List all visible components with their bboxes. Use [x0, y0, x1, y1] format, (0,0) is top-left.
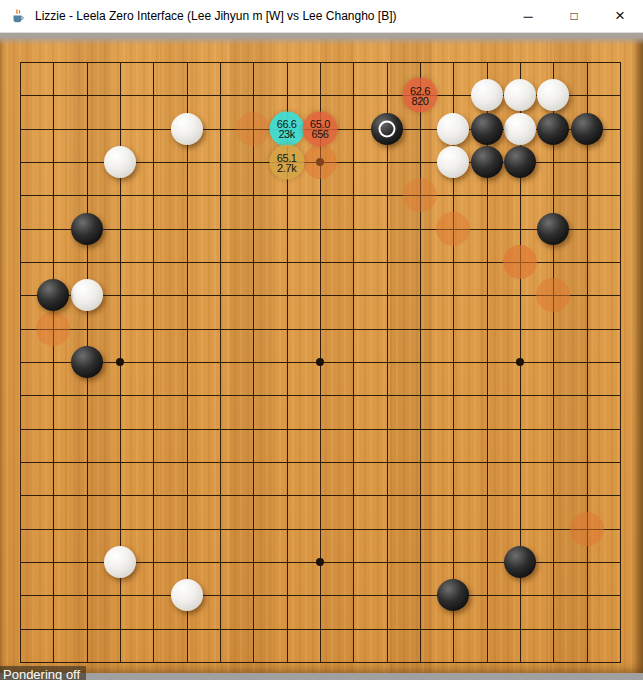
grid-line-horizontal	[20, 395, 621, 396]
stone-black-P17	[471, 113, 503, 145]
stone-black-R14	[537, 213, 569, 245]
last-move-marker	[378, 120, 395, 137]
stone-black-S17	[571, 113, 603, 145]
stone-white-R18	[537, 79, 569, 111]
suggestion-faint-R12[interactable]	[536, 278, 570, 312]
board-top-shade	[0, 32, 643, 45]
java-app-icon	[9, 7, 27, 25]
star-point	[516, 358, 524, 366]
suggestion-N18[interactable]: 62.6820	[403, 78, 438, 113]
minimize-button[interactable]: ─	[505, 0, 551, 32]
stone-black-M17	[371, 113, 403, 145]
suggestion-faint-B11[interactable]	[36, 312, 70, 346]
grid-line-vertical	[553, 62, 554, 663]
suggestion-faint-S5[interactable]	[570, 512, 604, 546]
grid-line-vertical	[353, 62, 354, 663]
suggestion-winrate: 66.6	[277, 119, 297, 129]
window-bottom-edge	[0, 673, 643, 680]
suggestion-visits: 2.7k	[277, 162, 296, 172]
grid-line-horizontal	[20, 662, 621, 663]
stone-black-Q4	[504, 546, 536, 578]
grid-line-horizontal	[20, 529, 621, 530]
stone-white-Q17	[504, 113, 536, 145]
stone-white-O17	[437, 113, 469, 145]
go-board[interactable]: Pondering off 66.623k65.065665.12.7k62.6…	[0, 32, 643, 680]
grid-line-horizontal	[20, 629, 621, 630]
suggestion-visits: 820	[411, 95, 428, 105]
suggestion-K17[interactable]: 65.0656	[303, 111, 338, 146]
grid-line-vertical	[420, 62, 421, 663]
suggestion-winrate: 62.6	[410, 85, 430, 95]
suggestion-J16[interactable]: 65.12.7k	[269, 145, 304, 180]
grid-line-horizontal	[20, 595, 621, 596]
star-point	[316, 358, 324, 366]
star-point	[116, 358, 124, 366]
stone-black-C14	[71, 213, 103, 245]
lizzie-window: Lizzie - Leela Zero Interface (Lee Jihyu…	[0, 0, 643, 680]
suggestion-visits: 656	[311, 129, 328, 139]
stone-black-R17	[537, 113, 569, 145]
window-title: Lizzie - Leela Zero Interface (Lee Jihyu…	[35, 9, 505, 23]
stone-white-D4	[104, 546, 136, 578]
suggestion-visits: 23k	[278, 129, 295, 139]
grid-line-vertical	[587, 62, 588, 663]
stone-black-P16	[471, 146, 503, 178]
stone-white-C12	[71, 279, 103, 311]
suggestion-faint-O14[interactable]	[436, 212, 470, 246]
suggestion-J17[interactable]: 66.623k	[269, 111, 304, 146]
grid-line-vertical	[387, 62, 388, 663]
stone-white-Q18	[504, 79, 536, 111]
title-bar: Lizzie - Leela Zero Interface (Lee Jihyu…	[0, 0, 643, 33]
grid-line-horizontal	[20, 462, 621, 463]
stone-white-D16	[104, 146, 136, 178]
suggestion-faint-H17[interactable]	[236, 112, 270, 146]
grid-line-horizontal	[20, 429, 621, 430]
stone-black-Q16	[504, 146, 536, 178]
stone-black-C10	[71, 346, 103, 378]
stone-black-B12	[37, 279, 69, 311]
suggestion-faint-Q13[interactable]	[503, 245, 537, 279]
stone-white-F17	[171, 113, 203, 145]
suggestion-winrate: 65.1	[277, 152, 297, 162]
stone-black-O3	[437, 579, 469, 611]
stone-white-F3	[171, 579, 203, 611]
star-point	[316, 558, 324, 566]
stone-white-P18	[471, 79, 503, 111]
grid-line-horizontal	[20, 495, 621, 496]
maximize-button[interactable]: □	[551, 0, 597, 32]
pondering-status: Pondering off	[0, 666, 86, 680]
suggestion-winrate: 65.0	[310, 119, 330, 129]
grid-line-vertical	[620, 62, 621, 663]
close-button[interactable]: ×	[597, 0, 643, 32]
stone-white-O16	[437, 146, 469, 178]
suggestion-faint-N15[interactable]	[403, 178, 437, 212]
suggestion-faint-K16[interactable]	[303, 145, 337, 179]
